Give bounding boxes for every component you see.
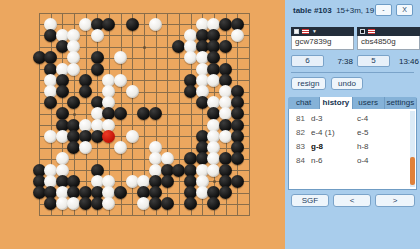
- white-move: c-4: [357, 112, 397, 126]
- current-move: g-8: [311, 140, 357, 154]
- tab-settings[interactable]: settings: [385, 97, 417, 109]
- player-left-clock: 7:38: [337, 57, 353, 66]
- board-area: [0, 0, 285, 249]
- hoshi-point: [143, 46, 146, 49]
- white-stone: [126, 85, 139, 98]
- table-titlebar: table #103 15+3m, 19 - X: [285, 0, 420, 20]
- go-board-stones: [39, 13, 250, 216]
- move-number: 84: [289, 154, 311, 168]
- player-right-header: [357, 27, 420, 36]
- resign-button[interactable]: resign: [291, 77, 326, 90]
- move-history-list: 81 d-3 c-4 82 e-4 (1) e-5 83 g-8 h-8 84 …: [289, 112, 409, 168]
- player-left-name: gcw7839g: [291, 36, 354, 50]
- history-row[interactable]: 84 n-6 o-4: [289, 154, 409, 168]
- black-stone: [91, 63, 104, 76]
- move-number: 83: [289, 140, 311, 154]
- player-left-header: ▼: [291, 27, 354, 36]
- go-board[interactable]: [33, 8, 255, 221]
- panel-divider: [291, 72, 414, 73]
- black-stone: [231, 175, 244, 188]
- table-settings-label: 15+3m, 19: [336, 6, 374, 15]
- white-stone: [91, 29, 104, 42]
- prev-move-button[interactable]: <: [333, 194, 371, 207]
- move-history-panel[interactable]: 81 d-3 c-4 82 e-4 (1) e-5 83 g-8 h-8 84 …: [288, 109, 417, 190]
- player-right-name: cbs4850g: [357, 36, 420, 50]
- last-move-red-stone: [102, 130, 115, 143]
- chevron-down-icon: ▼: [312, 29, 317, 34]
- black-stone: [126, 18, 139, 31]
- history-row[interactable]: 82 e-4 (1) e-5: [289, 126, 409, 140]
- history-row[interactable]: 83 g-8 h-8: [289, 140, 409, 154]
- country-flag-icon: [368, 29, 375, 34]
- white-stone: [149, 18, 162, 31]
- close-button[interactable]: X: [396, 4, 413, 16]
- next-move-button[interactable]: >: [375, 194, 415, 207]
- black-stone: [102, 18, 115, 31]
- black-move: n-6: [311, 154, 357, 168]
- white-stone: [67, 63, 80, 76]
- table-title: table #103 15+3m, 19: [293, 6, 374, 15]
- country-flag-icon: [302, 29, 309, 34]
- black-stone: [114, 107, 127, 120]
- player-right-clockrow: 5 13:46: [357, 55, 420, 67]
- black-stone: [56, 85, 69, 98]
- black-stone: [161, 175, 174, 188]
- white-stone: [231, 29, 244, 42]
- black-stone: [219, 186, 232, 199]
- history-scrollbar-thumb[interactable]: [410, 157, 415, 185]
- black-move: e-4 (1): [311, 126, 357, 140]
- go-table-window: table #103 15+3m, 19 - X ▼ gcw7839g cbs4…: [0, 0, 420, 249]
- black-move: d-3: [311, 112, 357, 126]
- black-stone: [231, 152, 244, 165]
- player-right-captures-button[interactable]: 5: [357, 55, 390, 67]
- table-number: table #103: [293, 6, 332, 15]
- player-left-captures-button[interactable]: 6: [291, 55, 324, 67]
- history-row[interactable]: 81 d-3 c-4: [289, 112, 409, 126]
- white-stone: [102, 197, 115, 210]
- tab-history[interactable]: history: [320, 97, 352, 109]
- move-number: 82: [289, 126, 311, 140]
- player-left-clockrow: 6 7:38: [291, 55, 354, 67]
- player-panel-right: cbs4850g: [357, 27, 420, 50]
- undo-button[interactable]: undo: [331, 77, 363, 90]
- panel-tabs: chat history users settings: [288, 97, 417, 109]
- white-move: h-8: [357, 140, 397, 154]
- white-stone-indicator-icon: [294, 29, 299, 34]
- player-right-clock: 13:46: [399, 57, 419, 66]
- black-stone: [67, 96, 80, 109]
- white-stone: [79, 141, 92, 154]
- black-stone: [161, 197, 174, 210]
- white-move: e-5: [357, 126, 397, 140]
- white-move: o-4: [357, 154, 397, 168]
- tab-chat[interactable]: chat: [288, 97, 320, 109]
- black-stone-indicator-icon: [360, 29, 365, 34]
- move-number: 81: [289, 112, 311, 126]
- game-side-panel: table #103 15+3m, 19 - X ▼ gcw7839g cbs4…: [285, 0, 420, 249]
- black-stone: [219, 40, 232, 53]
- black-stone: [114, 186, 127, 199]
- player-panel-left: ▼ gcw7839g: [291, 27, 354, 50]
- history-scrollbar[interactable]: [410, 111, 415, 187]
- tab-users[interactable]: users: [353, 97, 385, 109]
- white-stone: [114, 141, 127, 154]
- white-stone: [126, 130, 139, 143]
- black-stone: [184, 197, 197, 210]
- minimize-button[interactable]: -: [375, 4, 392, 16]
- white-stone: [114, 74, 127, 87]
- sgf-button[interactable]: SGF: [291, 194, 329, 207]
- black-stone: [44, 96, 57, 109]
- hoshi-point: [73, 113, 76, 116]
- white-stone: [114, 51, 127, 64]
- black-stone: [79, 85, 92, 98]
- black-stone: [207, 197, 220, 210]
- black-stone: [149, 107, 162, 120]
- hoshi-point: [213, 180, 216, 183]
